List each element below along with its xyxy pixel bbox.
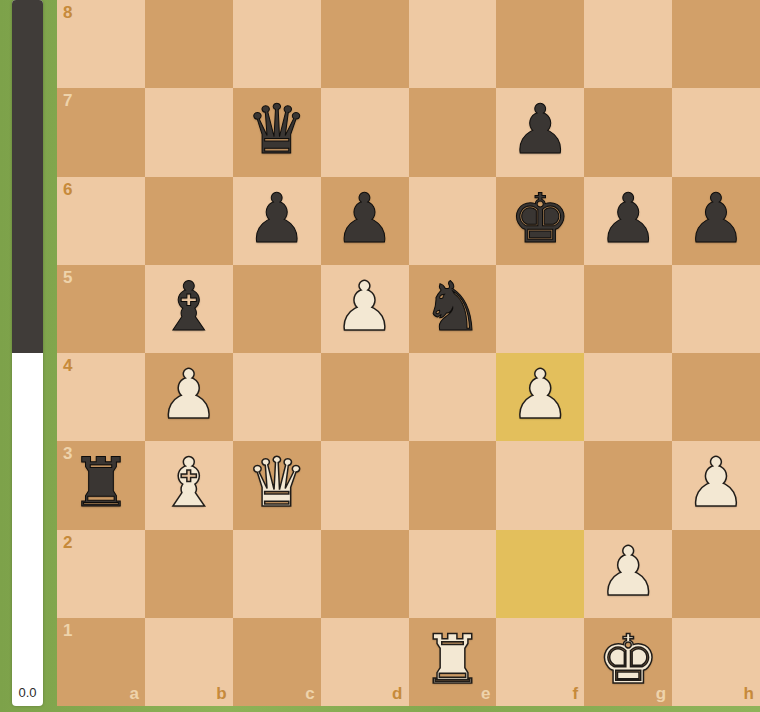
square-h2[interactable] [672,530,760,618]
rank-label-4: 4 [63,357,72,374]
white-pawn-d5[interactable]: ♟ [334,273,395,341]
rank-label-6: 6 [63,181,72,198]
square-d3[interactable] [321,441,409,529]
white-pawn-b4[interactable]: ♟ [158,361,219,429]
square-g4[interactable] [584,353,672,441]
white-rook-e1[interactable]: ♜ [422,626,483,694]
square-a4[interactable]: 4 [57,353,145,441]
square-h4[interactable] [672,353,760,441]
black-pawn-f7[interactable]: ♟ [510,96,571,164]
square-e3[interactable] [409,441,497,529]
black-rook-a3[interactable]: ♜ [70,449,131,517]
square-h5[interactable] [672,265,760,353]
square-d8[interactable] [321,0,409,88]
square-b7[interactable] [145,88,233,176]
square-f8[interactable] [496,0,584,88]
square-c4[interactable] [233,353,321,441]
rank-label-1: 1 [63,622,72,639]
chess-board: 87♛♟6♟♟♚♟♟5♝♟♞4♟♟3♜♝♛♟2♟1abcde♜fg♚h [57,0,760,706]
black-knight-e5[interactable]: ♞ [422,273,483,341]
black-king-f6[interactable]: ♚ [510,185,571,253]
square-g7[interactable] [584,88,672,176]
rank-label-2: 2 [63,534,72,551]
file-label-f: f [573,685,579,702]
square-e1[interactable]: e♜ [409,618,497,706]
evaluation-bar-black-half [12,0,43,353]
square-a3[interactable]: 3♜ [57,441,145,529]
square-d1[interactable]: d [321,618,409,706]
white-bishop-b3[interactable]: ♝ [158,449,219,517]
square-c2[interactable] [233,530,321,618]
white-pawn-g2[interactable]: ♟ [598,538,659,606]
square-e5[interactable]: ♞ [409,265,497,353]
file-label-d: d [392,685,402,702]
square-a6[interactable]: 6 [57,177,145,265]
square-c7[interactable]: ♛ [233,88,321,176]
black-pawn-c6[interactable]: ♟ [246,185,307,253]
square-a5[interactable]: 5 [57,265,145,353]
white-pawn-f4[interactable]: ♟ [510,361,571,429]
square-g2[interactable]: ♟ [584,530,672,618]
square-b5[interactable]: ♝ [145,265,233,353]
square-g6[interactable]: ♟ [584,177,672,265]
file-label-b: b [216,685,226,702]
evaluation-bar: 0.0 [12,0,43,706]
white-queen-c3[interactable]: ♛ [246,449,307,517]
rank-label-8: 8 [63,4,72,21]
square-g5[interactable] [584,265,672,353]
square-e6[interactable] [409,177,497,265]
square-d2[interactable] [321,530,409,618]
square-b2[interactable] [145,530,233,618]
square-f2[interactable] [496,530,584,618]
square-a8[interactable]: 8 [57,0,145,88]
square-g8[interactable] [584,0,672,88]
square-e8[interactable] [409,0,497,88]
square-d5[interactable]: ♟ [321,265,409,353]
sidebar-background: 0.0 [0,0,57,712]
square-b3[interactable]: ♝ [145,441,233,529]
white-pawn-h3[interactable]: ♟ [686,449,747,517]
square-h3[interactable]: ♟ [672,441,760,529]
square-a1[interactable]: 1a [57,618,145,706]
square-b8[interactable] [145,0,233,88]
square-b4[interactable]: ♟ [145,353,233,441]
square-f1[interactable]: f [496,618,584,706]
square-h7[interactable] [672,88,760,176]
square-c8[interactable] [233,0,321,88]
square-f4[interactable]: ♟ [496,353,584,441]
black-queen-c7[interactable]: ♛ [246,96,307,164]
square-f6[interactable]: ♚ [496,177,584,265]
square-g3[interactable] [584,441,672,529]
square-a7[interactable]: 7 [57,88,145,176]
square-h8[interactable] [672,0,760,88]
square-c3[interactable]: ♛ [233,441,321,529]
square-c1[interactable]: c [233,618,321,706]
square-f7[interactable]: ♟ [496,88,584,176]
evaluation-score: 0.0 [12,685,43,700]
square-g1[interactable]: g♚ [584,618,672,706]
rank-label-5: 5 [63,269,72,286]
square-b1[interactable]: b [145,618,233,706]
square-b6[interactable] [145,177,233,265]
file-label-c: c [305,685,314,702]
square-e7[interactable] [409,88,497,176]
square-a2[interactable]: 2 [57,530,145,618]
square-h1[interactable]: h [672,618,760,706]
square-e4[interactable] [409,353,497,441]
file-label-a: a [129,685,138,702]
square-c6[interactable]: ♟ [233,177,321,265]
square-c5[interactable] [233,265,321,353]
square-e2[interactable] [409,530,497,618]
square-d6[interactable]: ♟ [321,177,409,265]
white-king-g1[interactable]: ♚ [598,626,659,694]
black-bishop-b5[interactable]: ♝ [158,273,219,341]
file-label-h: h [744,685,754,702]
square-d4[interactable] [321,353,409,441]
square-d7[interactable] [321,88,409,176]
square-f5[interactable] [496,265,584,353]
black-pawn-d6[interactable]: ♟ [334,185,395,253]
square-h6[interactable]: ♟ [672,177,760,265]
rank-label-7: 7 [63,92,72,109]
black-pawn-g6[interactable]: ♟ [598,185,659,253]
black-pawn-h6[interactable]: ♟ [686,185,747,253]
square-f3[interactable] [496,441,584,529]
